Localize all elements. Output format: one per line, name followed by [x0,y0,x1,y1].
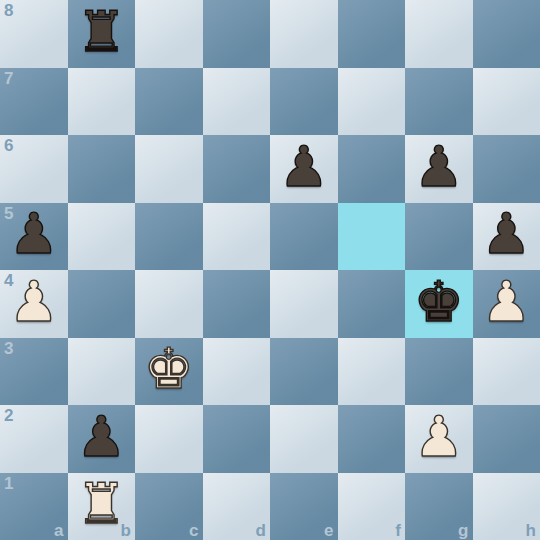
square-d7[interactable] [203,68,271,136]
square-f3[interactable] [338,338,406,406]
piece-black-pawn[interactable]: ♟ [9,206,59,262]
rank-label-1: 1 [4,475,13,492]
rank-label-8: 8 [4,2,13,19]
square-c2[interactable] [135,405,203,473]
piece-black-rook[interactable]: ♜ [76,4,126,60]
square-g4[interactable]: ♚ [405,270,473,338]
square-e5[interactable] [270,203,338,271]
file-label-d: d [256,522,266,539]
piece-black-pawn[interactable]: ♟ [481,206,531,262]
square-d2[interactable] [203,405,271,473]
square-d1[interactable]: d [203,473,271,540]
square-h7[interactable] [473,68,540,136]
square-g8[interactable] [405,0,473,68]
square-e3[interactable] [270,338,338,406]
square-h5[interactable]: ♟ [473,203,540,271]
piece-white-pawn[interactable]: ♟ [481,274,531,330]
square-h6[interactable] [473,135,540,203]
file-label-a: a [54,522,63,539]
square-d6[interactable] [203,135,271,203]
piece-white-pawn[interactable]: ♟ [414,409,464,465]
square-a1[interactable]: 1a [0,473,68,540]
square-b4[interactable] [68,270,136,338]
square-d4[interactable] [203,270,271,338]
square-d5[interactable] [203,203,271,271]
square-f2[interactable] [338,405,406,473]
square-g2[interactable]: ♟ [405,405,473,473]
square-g6[interactable]: ♟ [405,135,473,203]
square-a7[interactable]: 7 [0,68,68,136]
piece-black-pawn[interactable]: ♟ [76,409,126,465]
rank-label-6: 6 [4,137,13,154]
file-label-e: e [324,522,333,539]
square-e4[interactable] [270,270,338,338]
square-c6[interactable] [135,135,203,203]
square-h1[interactable]: h [473,473,540,540]
square-f8[interactable] [338,0,406,68]
piece-white-king[interactable]: ♚ [144,341,194,397]
square-b2[interactable]: ♟ [68,405,136,473]
square-g5[interactable] [405,203,473,271]
square-e8[interactable] [270,0,338,68]
square-b1[interactable]: b♜ [68,473,136,540]
square-b7[interactable] [68,68,136,136]
square-e7[interactable] [270,68,338,136]
square-f4[interactable] [338,270,406,338]
square-h2[interactable] [473,405,540,473]
rank-label-7: 7 [4,70,13,87]
square-h3[interactable] [473,338,540,406]
square-f5[interactable] [338,203,406,271]
square-f7[interactable] [338,68,406,136]
square-b5[interactable] [68,203,136,271]
square-h4[interactable]: ♟ [473,270,540,338]
file-label-g: g [458,522,468,539]
square-c4[interactable] [135,270,203,338]
square-c5[interactable] [135,203,203,271]
file-label-f: f [395,522,401,539]
square-h8[interactable] [473,0,540,68]
square-a2[interactable]: 2 [0,405,68,473]
square-d8[interactable] [203,0,271,68]
square-a3[interactable]: 3 [0,338,68,406]
square-a5[interactable]: 5♟ [0,203,68,271]
square-d3[interactable] [203,338,271,406]
square-g1[interactable]: g [405,473,473,540]
rank-label-2: 2 [4,407,13,424]
square-e2[interactable] [270,405,338,473]
piece-white-pawn[interactable]: ♟ [9,274,59,330]
square-c8[interactable] [135,0,203,68]
square-b6[interactable] [68,135,136,203]
square-c3[interactable]: ♚ [135,338,203,406]
square-g7[interactable] [405,68,473,136]
rank-label-3: 3 [4,340,13,357]
file-label-h: h [526,522,536,539]
square-c7[interactable] [135,68,203,136]
square-b8[interactable]: ♜ [68,0,136,68]
square-f6[interactable] [338,135,406,203]
square-b3[interactable] [68,338,136,406]
square-e1[interactable]: e [270,473,338,540]
piece-black-king[interactable]: ♚ [414,274,464,330]
square-g3[interactable] [405,338,473,406]
piece-black-pawn[interactable]: ♟ [279,139,329,195]
piece-white-rook[interactable]: ♜ [76,476,126,532]
chess-board: 8♜76♟♟5♟♟4♟♚♟3♚2♟♟1ab♜cdefgh [0,0,540,540]
piece-black-pawn[interactable]: ♟ [414,139,464,195]
square-a6[interactable]: 6 [0,135,68,203]
square-c1[interactable]: c [135,473,203,540]
square-a4[interactable]: 4♟ [0,270,68,338]
square-f1[interactable]: f [338,473,406,540]
square-a8[interactable]: 8 [0,0,68,68]
file-label-c: c [189,522,198,539]
square-e6[interactable]: ♟ [270,135,338,203]
